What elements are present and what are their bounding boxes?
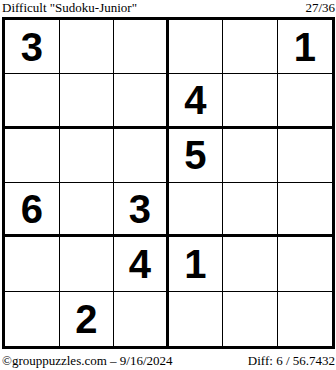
cell-r4c5[interactable]: [223, 183, 278, 237]
cell-r6c5[interactable]: [223, 292, 278, 346]
cell-r6c4[interactable]: [169, 292, 224, 346]
difficulty-text: Diff: 6 / 56.7432: [248, 353, 335, 368]
cell-r2c5[interactable]: [223, 74, 278, 128]
cell-r2c2[interactable]: [60, 74, 115, 128]
copyright-text: ©grouppuzzles.com – 9/16/2024: [2, 353, 173, 368]
cell-r3c4[interactable]: 5: [169, 129, 224, 183]
cell-r1c5[interactable]: [223, 20, 278, 74]
cell-r6c1[interactable]: [5, 292, 60, 346]
cell-r3c6[interactable]: [278, 129, 333, 183]
footer: ©grouppuzzles.com – 9/16/2024 Diff: 6 / …: [2, 353, 335, 368]
cell-r3c5[interactable]: [223, 129, 278, 183]
board: 314563412: [2, 17, 335, 349]
cell-r5c2[interactable]: [60, 237, 115, 291]
cell-r2c3[interactable]: [114, 74, 169, 128]
cell-r1c6[interactable]: 1: [278, 20, 333, 74]
cell-r5c5[interactable]: [223, 237, 278, 291]
cell-r2c1[interactable]: [5, 74, 60, 128]
cell-r1c3[interactable]: [114, 20, 169, 74]
given-digit: 3: [21, 27, 43, 67]
given-digit: 3: [129, 189, 151, 229]
cell-r6c3[interactable]: [114, 292, 169, 346]
header: Difficult "Sudoku-Junior" 27/36: [2, 0, 335, 15]
cell-r6c2[interactable]: 2: [60, 292, 115, 346]
progress-counter: 27/36: [305, 0, 335, 15]
given-digit: 1: [294, 27, 316, 67]
cell-r1c4[interactable]: [169, 20, 224, 74]
cell-r1c2[interactable]: [60, 20, 115, 74]
cell-r4c3[interactable]: 3: [114, 183, 169, 237]
cell-r3c2[interactable]: [60, 129, 115, 183]
cell-r5c1[interactable]: [5, 237, 60, 291]
given-digit: 6: [21, 189, 43, 229]
cell-r5c6[interactable]: [278, 237, 333, 291]
cell-r6c6[interactable]: [278, 292, 333, 346]
puzzle-page: { "game": "sudoku-junior (6x6 sudoku wit…: [0, 0, 336, 370]
puzzle-title: Difficult "Sudoku-Junior": [2, 0, 137, 15]
given-digit: 4: [184, 80, 206, 120]
cell-r1c1[interactable]: 3: [5, 20, 60, 74]
cell-r4c2[interactable]: [60, 183, 115, 237]
given-digit: 5: [184, 135, 206, 175]
cell-r4c1[interactable]: 6: [5, 183, 60, 237]
cell-r2c4[interactable]: 4: [169, 74, 224, 128]
cell-r3c3[interactable]: [114, 129, 169, 183]
cell-r2c6[interactable]: [278, 74, 333, 128]
given-digit: 1: [184, 244, 206, 284]
cell-r5c4[interactable]: 1: [169, 237, 224, 291]
given-digit: 2: [75, 299, 97, 339]
given-digit: 4: [129, 244, 151, 284]
cell-r4c6[interactable]: [278, 183, 333, 237]
cell-r4c4[interactable]: [169, 183, 224, 237]
cell-r3c1[interactable]: [5, 129, 60, 183]
cell-r5c3[interactable]: 4: [114, 237, 169, 291]
